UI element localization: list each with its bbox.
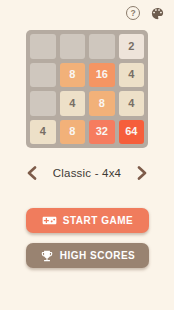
tile-16-r2c3: 16	[89, 63, 115, 88]
tile-4-r2c4: 4	[119, 63, 145, 88]
high-scores-button[interactable]: HIGH SCORES	[26, 243, 149, 268]
palette-button[interactable]	[149, 5, 165, 21]
gamepad-icon	[42, 213, 57, 228]
help-button[interactable]: ?	[125, 5, 141, 21]
topbar: ?	[125, 5, 165, 21]
empty-cell-r1c3	[89, 34, 115, 59]
empty-cell-r3c1	[30, 91, 56, 116]
empty-cell-r1c2	[60, 34, 86, 59]
tile-4-r4c1: 4	[30, 120, 56, 145]
mode-selector: Classic - 4x4	[25, 164, 149, 182]
tile-8-r4c2: 8	[60, 120, 86, 145]
high-scores-label: HIGH SCORES	[60, 250, 136, 261]
chevron-left-icon	[27, 166, 37, 180]
empty-cell-r2c1	[30, 63, 56, 88]
chevron-right-icon	[137, 166, 147, 180]
start-game-label: START GAME	[63, 215, 133, 226]
mode-label: Classic - 4x4	[53, 167, 121, 179]
tile-8-r2c2: 8	[60, 63, 86, 88]
question-mark-circle-icon: ?	[126, 6, 140, 20]
tile-2-r1c4: 2	[119, 34, 145, 59]
paint-palette-icon	[150, 6, 165, 21]
tile-4-r3c4: 4	[119, 91, 145, 116]
trophy-icon	[40, 249, 54, 263]
tile-64-r4c4: 64	[119, 120, 145, 145]
tile-8-r3c3: 8	[89, 91, 115, 116]
tile-4-r3c2: 4	[60, 91, 86, 116]
board-preview-4x4: 28164484483264	[26, 30, 148, 148]
next-mode-button[interactable]	[135, 165, 149, 181]
previous-mode-button[interactable]	[25, 165, 39, 181]
empty-cell-r1c1	[30, 34, 56, 59]
tile-32-r4c3: 32	[89, 120, 115, 145]
start-game-button[interactable]: START GAME	[26, 208, 149, 233]
